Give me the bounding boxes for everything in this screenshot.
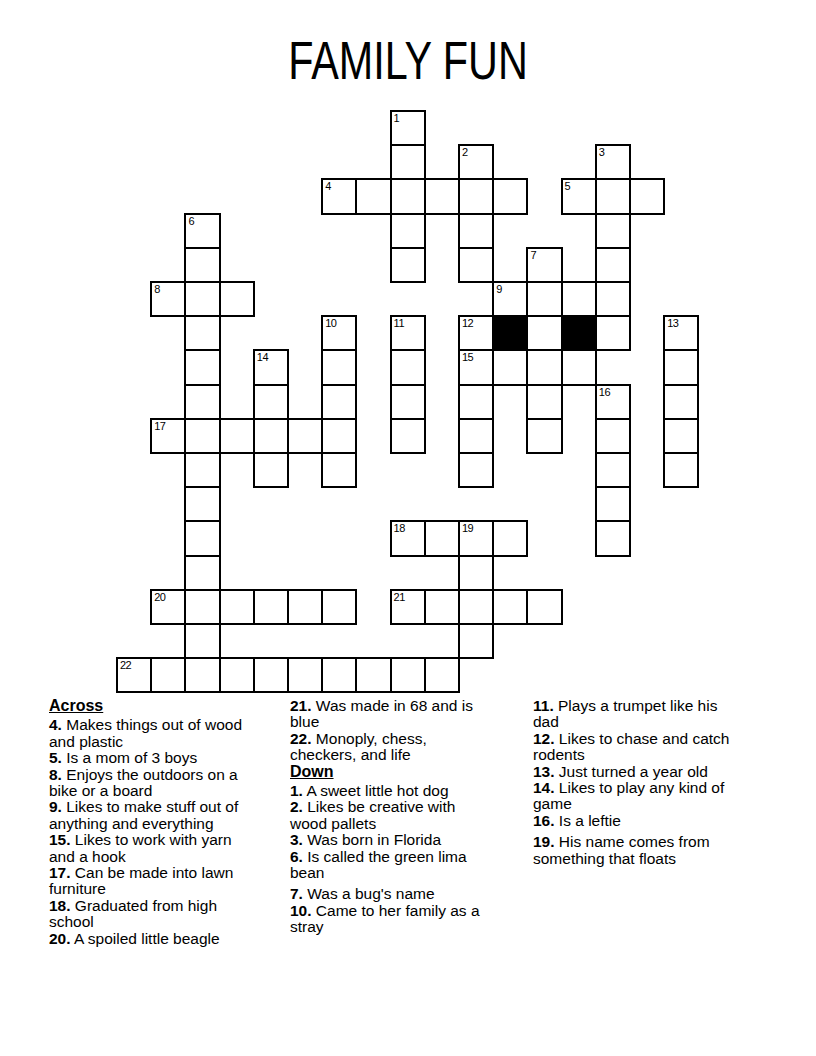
clue-down-13: 13. Just turned a year old — [533, 764, 738, 780]
grid-cell[interactable] — [663, 384, 699, 420]
grid-cell[interactable] — [390, 418, 426, 454]
grid-cell[interactable] — [526, 349, 562, 385]
grid-cell[interactable] — [595, 520, 631, 556]
grid-cell[interactable] — [355, 178, 391, 214]
grid-cell[interactable] — [184, 247, 220, 283]
grid-cell[interactable] — [595, 486, 631, 522]
grid-cell[interactable]: 13 — [663, 315, 699, 351]
cell-number: 9 — [496, 284, 502, 295]
clue-across-20: 20. A spoiled little beagle — [49, 931, 254, 947]
grid-cell[interactable] — [219, 418, 255, 454]
grid-cell[interactable]: 22 — [116, 657, 152, 693]
grid-cell[interactable] — [663, 452, 699, 488]
grid-cell[interactable] — [184, 623, 220, 659]
grid-cell[interactable] — [629, 178, 665, 214]
cell-number: 6 — [188, 216, 194, 227]
grid-cell[interactable] — [321, 657, 357, 693]
clues-column-3: 11. Plays a trumpet like his dad12. Like… — [533, 698, 738, 867]
grid-cell[interactable] — [184, 555, 220, 591]
grid-cell[interactable] — [184, 657, 220, 693]
cell-number: 15 — [462, 352, 473, 363]
clue-down-6: 6. Is called the green lima bean — [290, 849, 495, 882]
across-heading: Across — [49, 698, 254, 714]
grid-cell[interactable]: 17 — [150, 418, 186, 454]
grid-cell[interactable]: 12 — [458, 315, 494, 351]
grid-cell[interactable]: 8 — [150, 281, 186, 317]
grid-cell[interactable] — [184, 281, 220, 317]
grid-cell[interactable] — [424, 589, 460, 625]
grid-cell[interactable] — [184, 315, 220, 351]
grid-cell[interactable] — [321, 384, 357, 420]
grid-cell[interactable] — [184, 486, 220, 522]
cell-number: 8 — [154, 284, 160, 295]
grid-cell[interactable] — [595, 418, 631, 454]
grid-cell[interactable] — [321, 452, 357, 488]
grid-cell[interactable] — [390, 144, 426, 180]
grid-cell[interactable] — [321, 589, 357, 625]
grid-cell[interactable] — [595, 247, 631, 283]
grid-cell[interactable] — [219, 657, 255, 693]
grid-cell[interactable] — [561, 349, 597, 385]
clue-across-8: 8. Enjoys the outdoors on a bike or a bo… — [49, 767, 254, 800]
grid-cell[interactable] — [458, 213, 494, 249]
grid-cell[interactable] — [458, 452, 494, 488]
grid-cell[interactable]: 7 — [526, 247, 562, 283]
grid-cell[interactable] — [390, 247, 426, 283]
grid-cell[interactable] — [595, 281, 631, 317]
grid-cell[interactable]: 20 — [150, 589, 186, 625]
cell-number: 13 — [667, 318, 678, 329]
cell-number: 7 — [530, 250, 536, 261]
grid-cell[interactable] — [595, 178, 631, 214]
grid-cell[interactable] — [458, 418, 494, 454]
clue-across-22: 22. Monoply, chess, checkers, and life — [290, 731, 495, 764]
grid-cell[interactable] — [253, 418, 289, 454]
grid-cell[interactable] — [150, 657, 186, 693]
grid-cell[interactable] — [355, 657, 391, 693]
grid-cell[interactable] — [390, 384, 426, 420]
cell-number: 2 — [462, 147, 468, 158]
grid-cell[interactable] — [390, 178, 426, 214]
grid-cell[interactable] — [492, 349, 528, 385]
cell-number: 17 — [154, 421, 165, 432]
grid-cell[interactable] — [184, 384, 220, 420]
grid-cell[interactable] — [321, 349, 357, 385]
clue-down-2: 2. Likes be creative with wood pallets — [290, 799, 495, 832]
clue-across-5: 5. Is a mom of 3 boys — [49, 750, 254, 766]
grid-cell[interactable] — [492, 520, 528, 556]
grid-cell[interactable] — [595, 452, 631, 488]
grid-cell[interactable] — [561, 281, 597, 317]
puzzle-title: FAMILY FUN — [90, 34, 726, 87]
grid-cell[interactable]: 10 — [321, 315, 357, 351]
grid-cell[interactable]: 9 — [492, 281, 528, 317]
grid-cell[interactable] — [424, 178, 460, 214]
clue-across-15: 15. Likes to work with yarn and a hook — [49, 832, 254, 865]
clue-down-3: 3. Was born in Florida — [290, 832, 495, 848]
grid-cell[interactable] — [458, 247, 494, 283]
grid-cell[interactable] — [492, 589, 528, 625]
grid-cell[interactable] — [526, 384, 562, 420]
down-heading: Down — [290, 764, 495, 780]
grid-cell[interactable] — [287, 589, 323, 625]
grid-cell[interactable] — [458, 384, 494, 420]
cell-number: 22 — [120, 660, 131, 671]
grid-cell[interactable]: 21 — [390, 589, 426, 625]
clue-across-17: 17. Can be made into lawn furniture — [49, 865, 254, 898]
clues-column-2: 21. Was made in 68 and is blue22. Monopl… — [290, 698, 495, 936]
grid-cell[interactable] — [321, 418, 357, 454]
cell-number: 12 — [462, 318, 473, 329]
grid-cell[interactable] — [287, 657, 323, 693]
cell-number: 14 — [257, 352, 268, 363]
clue-down-16: 16. Is a leftie — [533, 813, 738, 829]
grid-cell[interactable]: 2 — [458, 144, 494, 180]
grid-cell[interactable]: 4 — [321, 178, 357, 214]
grid-cell[interactable] — [458, 555, 494, 591]
clue-down-12: 12. Likes to chase and catch rodents — [533, 731, 738, 764]
clue-down-1: 1. A sweet little hot dog — [290, 783, 495, 799]
cell-number: 16 — [599, 387, 610, 398]
grid-cell[interactable] — [184, 520, 220, 556]
clue-down-7: 7. Was a bug's name — [290, 886, 495, 902]
cell-number: 4 — [325, 181, 331, 192]
grid-cell[interactable] — [253, 589, 289, 625]
grid-cell[interactable]: 5 — [561, 178, 597, 214]
grid-cell[interactable] — [492, 178, 528, 214]
grid-cell[interactable] — [526, 315, 562, 351]
grid-cell[interactable] — [390, 657, 426, 693]
grid-cell[interactable]: 15 — [458, 349, 494, 385]
grid-cell[interactable]: 6 — [184, 213, 220, 249]
grid-cell[interactable] — [390, 349, 426, 385]
clue-down-11: 11. Plays a trumpet like his dad — [533, 698, 738, 731]
grid-cell[interactable] — [424, 520, 460, 556]
grid-cell[interactable] — [526, 589, 562, 625]
grid-cell[interactable] — [184, 589, 220, 625]
grid-cell[interactable]: 11 — [390, 315, 426, 351]
grid-cell[interactable] — [663, 418, 699, 454]
grid-cell[interactable] — [663, 349, 699, 385]
grid-cell[interactable] — [287, 418, 323, 454]
grid-cell[interactable] — [458, 589, 494, 625]
grid-cell[interactable] — [526, 281, 562, 317]
grid-cell[interactable] — [526, 418, 562, 454]
grid-cell[interactable]: 14 — [253, 349, 289, 385]
grid-cell[interactable] — [424, 657, 460, 693]
grid-cell[interactable] — [458, 623, 494, 659]
grid-cell[interactable] — [253, 657, 289, 693]
clues-column-1: Across4. Makes things out of wood and pl… — [49, 698, 254, 947]
grid-cell[interactable] — [253, 452, 289, 488]
grid-cell[interactable] — [253, 384, 289, 420]
grid-cell[interactable] — [390, 213, 426, 249]
cell-number: 1 — [394, 113, 400, 124]
crossword-grid: 12345678910111213141516171819202122 — [117, 111, 700, 694]
grid-cell[interactable] — [184, 418, 220, 454]
grid-cell[interactable]: 19 — [458, 520, 494, 556]
grid-cell[interactable]: 18 — [390, 520, 426, 556]
grid-cell[interactable]: 3 — [595, 144, 631, 180]
cell-number: 10 — [325, 318, 336, 329]
black-cell — [492, 315, 528, 351]
cell-number: 11 — [394, 318, 404, 329]
grid-cell[interactable]: 1 — [390, 110, 426, 146]
clue-across-21: 21. Was made in 68 and is blue — [290, 698, 495, 731]
clue-down-14: 14. Likes to play any kind of game — [533, 780, 738, 813]
clue-across-9: 9. Likes to make stuff out of anything a… — [49, 799, 254, 832]
cell-number: 3 — [599, 147, 605, 158]
cell-number: 18 — [394, 523, 405, 534]
black-cell — [561, 315, 597, 351]
grid-cell[interactable] — [184, 452, 220, 488]
cell-number: 21 — [394, 592, 405, 603]
cell-number: 20 — [154, 592, 165, 603]
clue-down-10: 10. Came to her family as a stray — [290, 903, 495, 936]
cell-number: 19 — [462, 523, 473, 534]
grid-cell[interactable] — [595, 315, 631, 351]
grid-cell[interactable] — [219, 589, 255, 625]
grid-cell[interactable] — [595, 213, 631, 249]
clue-across-4: 4. Makes things out of wood and plastic — [49, 717, 254, 750]
grid-cell[interactable] — [219, 281, 255, 317]
grid-cell[interactable] — [458, 178, 494, 214]
grid-cell[interactable] — [184, 349, 220, 385]
cell-number: 5 — [565, 181, 571, 192]
clue-down-19: 19. His name comes from something that f… — [533, 834, 738, 867]
clue-across-18: 18. Graduated from high school — [49, 898, 254, 931]
grid-cell[interactable]: 16 — [595, 384, 631, 420]
